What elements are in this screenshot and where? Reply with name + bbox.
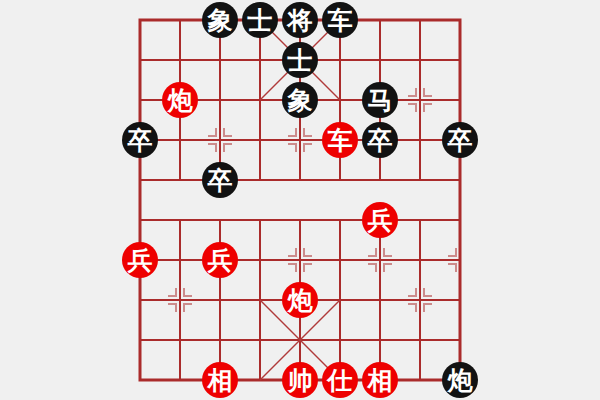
- black-soldier[interactable]: 卒: [122, 122, 158, 158]
- point-8-0: [440, 0, 480, 40]
- point-3-9: [240, 360, 280, 400]
- point-4-5: [280, 200, 320, 240]
- point-7-2: [400, 80, 440, 120]
- point-3-8: [240, 320, 280, 360]
- point-3-6: [240, 240, 280, 280]
- point-1-7: [160, 280, 200, 320]
- point-4-9: 帅: [280, 360, 320, 400]
- black-soldier[interactable]: 卒: [362, 122, 398, 158]
- red-soldier[interactable]: 兵: [202, 242, 238, 278]
- point-8-2: [440, 80, 480, 120]
- point-7-6: [400, 240, 440, 280]
- point-1-4: [160, 160, 200, 200]
- point-0-0: [120, 0, 160, 40]
- point-8-4: [440, 160, 480, 200]
- point-3-7: [240, 280, 280, 320]
- point-5-4: [320, 160, 360, 200]
- point-3-5: [240, 200, 280, 240]
- point-8-1: [440, 40, 480, 80]
- point-4-2: 象: [280, 80, 320, 120]
- black-general[interactable]: 将: [282, 2, 318, 38]
- point-1-1: [160, 40, 200, 80]
- point-5-9: 仕: [320, 360, 360, 400]
- point-3-2: [240, 80, 280, 120]
- point-6-4: [360, 160, 400, 200]
- point-7-1: [400, 40, 440, 80]
- point-3-3: [240, 120, 280, 160]
- point-2-8: [200, 320, 240, 360]
- point-4-4: [280, 160, 320, 200]
- point-1-8: [160, 320, 200, 360]
- point-0-2: [120, 80, 160, 120]
- point-3-4: [240, 160, 280, 200]
- point-1-0: [160, 0, 200, 40]
- point-2-6: 兵: [200, 240, 240, 280]
- point-0-4: [120, 160, 160, 200]
- black-cannon[interactable]: 炮: [442, 362, 478, 398]
- point-0-7: [120, 280, 160, 320]
- point-8-7: [440, 280, 480, 320]
- point-1-5: [160, 200, 200, 240]
- point-6-7: [360, 280, 400, 320]
- point-8-5: [440, 200, 480, 240]
- point-2-5: [200, 200, 240, 240]
- point-7-0: [400, 0, 440, 40]
- black-soldier[interactable]: 卒: [442, 122, 478, 158]
- point-7-4: [400, 160, 440, 200]
- black-elephant[interactable]: 象: [202, 2, 238, 38]
- red-soldier[interactable]: 兵: [122, 242, 158, 278]
- point-5-3: 车: [320, 120, 360, 160]
- point-2-7: [200, 280, 240, 320]
- point-5-7: [320, 280, 360, 320]
- point-3-1: [240, 40, 280, 80]
- point-8-6: [440, 240, 480, 280]
- point-7-7: [400, 280, 440, 320]
- point-5-8: [320, 320, 360, 360]
- black-chariot[interactable]: 车: [322, 2, 358, 38]
- point-2-2: [200, 80, 240, 120]
- point-4-0: 将: [280, 0, 320, 40]
- point-7-3: [400, 120, 440, 160]
- red-soldier[interactable]: 兵: [362, 202, 398, 238]
- red-general[interactable]: 帅: [282, 362, 318, 398]
- point-6-2: 马: [360, 80, 400, 120]
- point-0-1: [120, 40, 160, 80]
- point-5-5: [320, 200, 360, 240]
- black-advisor[interactable]: 士: [282, 42, 318, 78]
- point-0-6: 兵: [120, 240, 160, 280]
- black-elephant[interactable]: 象: [282, 82, 318, 118]
- point-6-9: 相: [360, 360, 400, 400]
- red-chariot[interactable]: 车: [322, 122, 358, 158]
- point-4-1: 士: [280, 40, 320, 80]
- black-horse[interactable]: 马: [362, 82, 398, 118]
- board-grid: 象士将车士炮象马卒车卒卒卒兵兵兵炮相帅仕相炮: [120, 0, 480, 400]
- point-7-8: [400, 320, 440, 360]
- point-4-7: 炮: [280, 280, 320, 320]
- point-0-5: [120, 200, 160, 240]
- point-1-3: [160, 120, 200, 160]
- black-advisor[interactable]: 士: [242, 2, 278, 38]
- point-5-2: [320, 80, 360, 120]
- point-7-5: [400, 200, 440, 240]
- point-8-3: 卒: [440, 120, 480, 160]
- red-advisor[interactable]: 仕: [322, 362, 358, 398]
- point-6-8: [360, 320, 400, 360]
- point-6-3: 卒: [360, 120, 400, 160]
- point-0-3: 卒: [120, 120, 160, 160]
- point-6-1: [360, 40, 400, 80]
- point-7-9: [400, 360, 440, 400]
- point-1-6: [160, 240, 200, 280]
- point-1-2: 炮: [160, 80, 200, 120]
- point-0-8: [120, 320, 160, 360]
- point-8-8: [440, 320, 480, 360]
- point-2-0: 象: [200, 0, 240, 40]
- point-6-0: [360, 0, 400, 40]
- red-cannon[interactable]: 炮: [282, 282, 318, 318]
- red-cannon[interactable]: 炮: [162, 82, 198, 118]
- point-5-0: 车: [320, 0, 360, 40]
- point-6-5: 兵: [360, 200, 400, 240]
- black-soldier[interactable]: 卒: [202, 162, 238, 198]
- point-2-9: 相: [200, 360, 240, 400]
- red-elephant[interactable]: 相: [362, 362, 398, 398]
- point-0-9: [120, 360, 160, 400]
- point-8-9: 炮: [440, 360, 480, 400]
- point-1-9: [160, 360, 200, 400]
- red-elephant[interactable]: 相: [202, 362, 238, 398]
- point-5-1: [320, 40, 360, 80]
- point-5-6: [320, 240, 360, 280]
- point-2-1: [200, 40, 240, 80]
- point-6-6: [360, 240, 400, 280]
- point-3-0: 士: [240, 0, 280, 40]
- xiangqi-board: 象士将车士炮象马卒车卒卒卒兵兵兵炮相帅仕相炮: [0, 0, 600, 400]
- point-4-6: [280, 240, 320, 280]
- point-4-8: [280, 320, 320, 360]
- point-2-3: [200, 120, 240, 160]
- point-4-3: [280, 120, 320, 160]
- point-2-4: 卒: [200, 160, 240, 200]
